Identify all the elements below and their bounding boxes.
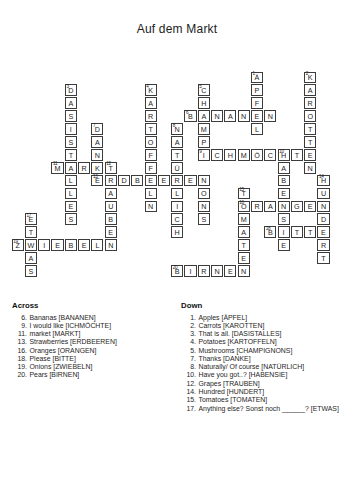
grid-cell-r6c12[interactable]: T (171, 149, 183, 161)
cell-letter: N (201, 203, 206, 210)
cell-letter: N (241, 268, 246, 275)
grid-cell-r3c17[interactable]: N (238, 110, 250, 122)
cell-letter: E (281, 190, 286, 197)
cell-letter: E (68, 203, 73, 210)
cell-letter: P (255, 87, 260, 94)
grid-cell-r13c3[interactable]: E (51, 239, 63, 251)
cell-letter: L (69, 177, 73, 184)
cell-letter: C (215, 152, 220, 159)
cell-letter: A (68, 165, 73, 172)
grid-cell-r3c10[interactable]: R (145, 110, 157, 122)
cell-letter: N (215, 268, 220, 275)
grid-cell-r5c12[interactable]: A (171, 136, 183, 148)
grid-cell-r5c22[interactable]: T (304, 136, 316, 148)
grid-cell-r13c2[interactable]: I (38, 239, 50, 251)
grid-cell-r7c12[interactable]: Ü (171, 162, 183, 174)
grid-cell-r1c4[interactable]: 3D (65, 84, 77, 96)
across-clues-section: Across 6.Bananas [BANANEN]9.I would like… (12, 301, 174, 380)
cell-letter: N (148, 203, 153, 210)
cell-letter: D (121, 177, 126, 184)
clue-list-text: Onions [ZWIEBELN] (30, 363, 93, 371)
cell-letter: K (95, 165, 100, 172)
grid-cell-r9c17[interactable]: 15T (238, 188, 250, 200)
down-clue-5: 5.Mushrooms [CHAMPIGNONS] (181, 347, 353, 355)
cell-letter: M (241, 216, 247, 223)
clue-list-number: 3. (181, 330, 196, 338)
grid-cell-r12c20[interactable]: I (278, 226, 290, 238)
cell-letter: L (69, 190, 73, 197)
grid-cell-r10c17[interactable]: 16O (238, 201, 250, 213)
down-clue-7: 7.Thanks [DANKE] (181, 355, 353, 363)
clue-list-text: Strawberries [ERDBEEREN] (30, 338, 117, 346)
clue-list-number: 4. (181, 338, 196, 346)
cell-letter: E (148, 177, 153, 184)
cell-letter: I (190, 268, 192, 275)
grid-cell-r8c13[interactable]: E (184, 175, 196, 187)
down-clue-4: 4.Potatoes [KARTOFFELN] (181, 338, 353, 346)
cell-letter: M (201, 126, 207, 133)
cell-letter: B (281, 177, 286, 184)
cell-letter: N (95, 152, 100, 159)
cell-letter: N (268, 113, 273, 120)
grid-cell-r12c1[interactable]: T (25, 226, 37, 238)
grid-cell-r1c22[interactable]: A (304, 84, 316, 96)
cell-letter: B (188, 113, 193, 120)
clue-number: 13 (93, 175, 98, 180)
grid-cell-r6c16[interactable]: H (224, 149, 236, 161)
grid-cell-r10c18[interactable]: R (251, 201, 263, 213)
grid-cell-r15c17[interactable]: N (238, 265, 250, 277)
clue-list-text: Tomatoes [TOMATEN] (199, 396, 268, 404)
grid-cell-r8c20[interactable]: B (278, 175, 290, 187)
grid-cell-r3c22[interactable]: O (304, 110, 316, 122)
grid-cell-r8c9[interactable]: B (131, 175, 143, 187)
cell-letter: H (228, 152, 233, 159)
grid-cell-r3c4[interactable]: S (65, 110, 77, 122)
cell-letter: E (55, 242, 60, 249)
across-clue-9: 9.I would like [ICHMÖCHTE] (12, 322, 174, 330)
cell-letter: Ö (254, 152, 260, 159)
grid-cell-r1c18[interactable]: P (251, 84, 263, 96)
cell-letter: N (175, 126, 180, 133)
cell-letter: R (321, 242, 326, 249)
across-clue-16: 16.Oranges [ORANGEN] (12, 347, 174, 355)
cell-letter: T (175, 152, 179, 159)
clue-number: 3 (66, 85, 68, 90)
cell-letter: D (68, 87, 73, 94)
clue-list-number: 18. (12, 355, 27, 363)
clue-list-number: 15. (181, 396, 196, 404)
grid-cell-r7c22[interactable]: N (304, 162, 316, 174)
cell-letter: E (162, 177, 167, 184)
down-clue-2: 2.Carrots [KAROTTEN] (181, 322, 353, 330)
grid-cell-r15c13[interactable]: I (184, 265, 196, 277)
clue-number: 1 (253, 72, 255, 77)
clue-number: 5 (199, 85, 201, 90)
down-clue-17: 17.Anything else? Sonst noch ______? [ET… (181, 405, 353, 413)
clue-number: 14 (319, 175, 324, 180)
clue-list-text: Carrots [KAROTTEN] (199, 322, 265, 330)
down-heading: Down (181, 301, 353, 310)
cell-letter: I (176, 203, 178, 210)
cell-letter: N (215, 113, 220, 120)
grid-cell-r4c6[interactable]: 7D (91, 123, 103, 135)
cell-letter: E (281, 242, 286, 249)
grid-cell-r6c14[interactable]: 9I (198, 149, 210, 161)
clue-list-text: I would like [ICHMÖCHTE] (30, 322, 112, 330)
grid-cell-r5c4[interactable]: S (65, 136, 77, 148)
cell-letter: O (307, 113, 313, 120)
cell-letter: D (321, 216, 326, 223)
clue-list-text: Thanks [DANKE] (199, 355, 251, 363)
cell-letter: A (29, 255, 34, 262)
grid-cell-r3c13[interactable]: 6B (184, 110, 196, 122)
grid-cell-r0c22[interactable]: 2K (304, 72, 316, 84)
grid-cell-r6c6[interactable]: N (91, 149, 103, 161)
grid-cell-r10c10[interactable]: N (145, 201, 157, 213)
cell-letter: C (175, 216, 180, 223)
clue-list-number: 16. (12, 347, 27, 355)
cell-letter: D (95, 126, 100, 133)
grid-cell-r8c6[interactable]: 13E (91, 175, 103, 187)
clue-list-text: Potatoes [KARTOFFELN] (199, 338, 277, 346)
grid-cell-r0c18[interactable]: 1Ä (251, 72, 263, 84)
grid-cell-r15c12[interactable]: 20B (171, 265, 183, 277)
cell-letter: G (294, 203, 300, 210)
cell-letter: A (175, 139, 180, 146)
cell-letter: T (295, 229, 299, 236)
grid-cell-r5c6[interactable]: A (91, 136, 103, 148)
grid-cell-r3c18[interactable]: E (251, 110, 263, 122)
clue-number: 2 (306, 72, 308, 77)
cell-letter: M (241, 152, 247, 159)
grid-cell-r9c4[interactable]: L (65, 188, 77, 200)
grid-cell-r15c14[interactable]: R (198, 265, 210, 277)
clue-list-number: 8. (181, 363, 196, 371)
grid-cell-r12c12[interactable]: H (171, 226, 183, 238)
grid-cell-r13c6[interactable]: L (91, 239, 103, 251)
cell-letter: B (108, 216, 113, 223)
puzzle-title: Auf dem Markt (0, 22, 354, 36)
cell-letter: R (175, 177, 180, 184)
grid-cell-r2c22[interactable]: R (304, 97, 316, 109)
cell-letter: K (308, 74, 313, 81)
grid-cell-r14c17[interactable]: E (238, 252, 250, 264)
cell-letter: W (28, 242, 35, 249)
cell-letter: N (241, 113, 246, 120)
clue-number: 15 (239, 188, 244, 193)
grid-cell-r8c12[interactable]: R (171, 175, 183, 187)
grid-cell-r4c4[interactable]: I (65, 123, 77, 135)
down-clue-10: 10.Have you got..? [HABENSIE] (181, 371, 353, 379)
grid-cell-r4c10[interactable]: T (145, 123, 157, 135)
grid-cell-r11c23[interactable]: D (317, 213, 329, 225)
grid-cell-r6c19[interactable]: C (264, 149, 276, 161)
cell-letter: A (148, 100, 153, 107)
grid-cell-r11c12[interactable]: C (171, 213, 183, 225)
across-clue-11: 11.market [MARKT] (12, 330, 174, 338)
cell-letter: R (254, 203, 259, 210)
grid-cell-r9c14[interactable]: O (198, 188, 210, 200)
cell-letter: A (268, 203, 273, 210)
cell-letter: E (241, 255, 246, 262)
grid-cell-r3c19[interactable]: N (264, 110, 276, 122)
grid-cell-r12c17[interactable]: A (238, 226, 250, 238)
cell-letter: A (241, 229, 246, 236)
clue-list-text: Oranges [ORANGEN] (30, 347, 97, 355)
cell-letter: I (283, 229, 285, 236)
grid-cell-r7c20[interactable]: A (278, 162, 290, 174)
cell-letter: T (29, 229, 33, 236)
grid-cell-r10c7[interactable]: U (105, 201, 117, 213)
grid-cell-r4c18[interactable]: L (251, 123, 263, 135)
cell-letter: E (308, 152, 313, 159)
clue-list-text: market [MARKT] (30, 330, 81, 338)
clue-list-text: Pears [BIRNEN] (30, 371, 80, 379)
grid-cell-r1c14[interactable]: 5C (198, 84, 210, 96)
grid-cell-r6c17[interactable]: M (238, 149, 250, 161)
cell-letter: R (108, 177, 113, 184)
grid-cell-r10c22[interactable]: E (304, 201, 316, 213)
grid-cell-r13c20[interactable]: E (278, 239, 290, 251)
clue-list-text: Have you got..? [HABENSIE] (199, 371, 288, 379)
grid-cell-r7c10[interactable]: F (145, 162, 157, 174)
clue-list-number: 5. (181, 347, 196, 355)
cell-letter: S (68, 113, 73, 120)
cell-letter: T (308, 139, 312, 146)
grid-cell-r2c4[interactable]: A (65, 97, 77, 109)
grid-cell-r12c21[interactable]: T (291, 226, 303, 238)
grid-cell-r6c20[interactable]: 10H (278, 149, 290, 161)
grid-cell-r14c1[interactable]: A (25, 252, 37, 264)
grid-cell-r8c11[interactable]: E (158, 175, 170, 187)
grid-cell-r8c14[interactable]: N (198, 175, 210, 187)
cell-letter: F (148, 165, 152, 172)
cell-letter: S (68, 216, 73, 223)
across-heading: Across (12, 301, 174, 310)
cell-letter: E (308, 203, 313, 210)
clue-list-number: 2. (181, 322, 196, 330)
grid-cell-r13c1[interactable]: W (25, 239, 37, 251)
grid-cell-r9c23[interactable]: U (317, 188, 329, 200)
cell-letter: I (43, 242, 45, 249)
clue-list-number: 14. (181, 388, 196, 396)
grid-cell-r12c7[interactable]: E (105, 226, 117, 238)
cell-letter: H (201, 100, 206, 107)
cell-letter: A (68, 100, 73, 107)
clue-list-text: Naturally/ Of course [NATÜRLICH] (199, 363, 305, 371)
clue-list-number: 12. (181, 380, 196, 388)
grid-cell-r10c14[interactable]: N (198, 201, 210, 213)
clue-list-number: 10. (181, 371, 196, 379)
grid-cell-r3c14[interactable]: A (198, 110, 210, 122)
grid-cell-r6c15[interactable]: C (211, 149, 223, 161)
grid-cell-r7c7[interactable]: 12T (105, 162, 117, 174)
cell-letter: R (148, 113, 153, 120)
down-clue-14: 14.Hundred [HUNDERT] (181, 388, 353, 396)
clue-number: 6 (186, 111, 188, 116)
across-clue-19: 19.Onions [ZWIEBELN] (12, 363, 174, 371)
clue-list-number: 9. (12, 322, 27, 330)
grid-cell-r13c0[interactable]: 19Z (12, 239, 24, 251)
grid-cell-r6c4[interactable]: T (65, 149, 77, 161)
cell-letter: F (255, 100, 259, 107)
cell-letter: S (68, 139, 73, 146)
clue-number: 8 (173, 124, 175, 129)
grid-cell-r13c23[interactable]: R (317, 239, 329, 251)
clue-number: 16 (239, 201, 244, 206)
cell-letter: S (29, 268, 34, 275)
clue-list-text: Hundred [HUNDERT] (199, 388, 265, 396)
grid-cell-r4c14[interactable]: M (198, 123, 210, 135)
grid-cell-r13c5[interactable]: E (78, 239, 90, 251)
grid-cell-r2c14[interactable]: H (198, 97, 210, 109)
grid-cell-r8c23[interactable]: 14H (317, 175, 329, 187)
cell-letter: C (268, 152, 273, 159)
cell-letter: B (135, 177, 140, 184)
grid-cell-r7c4[interactable]: A (65, 162, 77, 174)
cell-letter: B (68, 242, 73, 249)
grid-cell-r15c15[interactable]: N (211, 265, 223, 277)
cell-letter: A (95, 139, 100, 146)
cell-letter: R (201, 268, 206, 275)
clue-list-number: 7. (181, 355, 196, 363)
clue-list-number: 6. (12, 314, 27, 322)
cell-letter: I (203, 152, 205, 159)
grid-cell-r11c7[interactable]: B (105, 213, 117, 225)
grid-cell-r9c10[interactable]: L (145, 188, 157, 200)
down-clue-12: 12.Grapes [TRAUBEN] (181, 380, 353, 388)
grid-cell-r10c19[interactable]: A (264, 201, 276, 213)
cell-letter: L (95, 242, 99, 249)
grid-cell-r15c1[interactable]: S (25, 265, 37, 277)
grid-cell-r12c19[interactable]: 18B (264, 226, 276, 238)
cell-letter: N (108, 242, 113, 249)
grid-cell-r4c22[interactable]: T (304, 123, 316, 135)
down-clue-8: 8.Naturally/ Of course [NATÜRLICH] (181, 363, 353, 371)
grid-cell-r11c20[interactable]: S (278, 213, 290, 225)
clue-number: 10 (279, 150, 284, 155)
cell-letter: T (69, 152, 73, 159)
clue-list-text: That is all. [DASISTALLES] (199, 330, 282, 338)
grid-cell-r10c20[interactable]: N (278, 201, 290, 213)
cell-letter: R (82, 165, 87, 172)
across-clue-13: 13.Strawberries [ERDBEEREN] (12, 338, 174, 346)
grid-cell-r11c14[interactable]: S (198, 213, 210, 225)
worksheet-page: Auf dem Markt 1Ä2K3D4K5CPAAAHFRSR6BANANE… (0, 0, 354, 500)
down-clue-3: 3.That is all. [DASISTALLES] (181, 330, 353, 338)
crossword-grid: 1Ä2K3D4K5CPAAAHFRSR6BANANENOI7DT8NMLTSAO… (11, 71, 330, 277)
grid-cell-r6c21[interactable]: T (291, 149, 303, 161)
grid-cell-r6c10[interactable]: F (145, 149, 157, 161)
cell-letter: A (108, 190, 113, 197)
cell-letter: T (308, 229, 312, 236)
across-clue-list: 6.Bananas [BANANEN]9.I would like [ICHMÖ… (12, 314, 174, 380)
grid-cell-r10c4[interactable]: E (65, 201, 77, 213)
clue-number: 9 (199, 150, 201, 155)
grid-cell-r11c1[interactable]: 17E (25, 213, 37, 225)
cell-letter: A (228, 113, 233, 120)
clue-number: 17 (26, 214, 31, 219)
grid-cell-r8c10[interactable]: E (145, 175, 157, 187)
grid-cell-r8c4[interactable]: L (65, 175, 77, 187)
grid-cell-r12c23[interactable]: E (317, 226, 329, 238)
grid-cell-r9c12[interactable]: L (171, 188, 183, 200)
grid-cell-r2c18[interactable]: F (251, 97, 263, 109)
clue-number: 12 (106, 162, 111, 167)
cell-letter: L (175, 190, 179, 197)
cell-letter: E (228, 268, 233, 275)
cell-letter: E (255, 113, 260, 120)
grid-cell-r13c7[interactable]: N (105, 239, 117, 251)
grid-cell-r3c16[interactable]: A (224, 110, 236, 122)
cell-letter: F (148, 152, 152, 159)
cell-letter: A (201, 113, 206, 120)
grid-cell-r4c12[interactable]: 8N (171, 123, 183, 135)
grid-cell-r7c3[interactable]: 11M (51, 162, 63, 174)
clue-list-text: Grapes [TRAUBEN] (199, 380, 260, 388)
grid-cell-r2c10[interactable]: A (145, 97, 157, 109)
grid-cell-r7c5[interactable]: R (78, 162, 90, 174)
grid-cell-r5c14[interactable]: P (198, 136, 210, 148)
grid-cell-r15c16[interactable]: E (224, 265, 236, 277)
grid-cell-r9c20[interactable]: E (278, 188, 290, 200)
grid-cell-r6c18[interactable]: Ö (251, 149, 263, 161)
cell-letter: U (108, 203, 113, 210)
clue-list-text: Please [BITTE] (30, 355, 76, 363)
grid-cell-r5c10[interactable]: O (145, 136, 157, 148)
grid-cell-r7c6[interactable]: K (91, 162, 103, 174)
clue-number: 18 (266, 227, 271, 232)
grid-cell-r8c7[interactable]: R (105, 175, 117, 187)
clue-list-number: 17. (181, 405, 196, 413)
clue-list-text: Anything else? Sonst noch ______? [ETWAS… (199, 405, 339, 413)
grid-cell-r13c17[interactable]: T (238, 239, 250, 251)
grid-cell-r10c21[interactable]: G (291, 201, 303, 213)
grid-cell-r8c8[interactable]: D (118, 175, 130, 187)
cell-letter: S (201, 216, 206, 223)
grid-cell-r9c7[interactable]: A (105, 188, 117, 200)
cell-letter: O (148, 139, 154, 146)
across-clue-18: 18.Please [BITTE] (12, 355, 174, 363)
clue-list-number: 13. (12, 338, 27, 346)
cell-letter: A (308, 87, 313, 94)
grid-cell-r1c10[interactable]: 4K (145, 84, 157, 96)
clue-number: 19 (13, 240, 18, 245)
down-clues-section: Down 1.Apples [ÄPFEL]2.Carrots [KAROTTEN… (181, 301, 353, 413)
grid-cell-r10c12[interactable]: I (171, 201, 183, 213)
cell-letter: H (175, 229, 180, 236)
grid-cell-r6c22[interactable]: E (304, 149, 316, 161)
grid-cell-r14c23[interactable]: T (317, 252, 329, 264)
grid-cell-r12c22[interactable]: T (304, 226, 316, 238)
across-clue-6: 6.Bananas [BANANEN] (12, 314, 174, 322)
cell-letter: E (321, 229, 326, 236)
clue-number: 20 (173, 266, 178, 271)
grid-cell-r10c23[interactable]: N (317, 201, 329, 213)
cell-letter: I (70, 126, 72, 133)
cell-letter: N (201, 177, 206, 184)
cell-letter: N (308, 165, 313, 172)
grid-cell-r3c15[interactable]: N (211, 110, 223, 122)
grid-cell-r11c4[interactable]: S (65, 213, 77, 225)
grid-cell-r13c4[interactable]: B (65, 239, 77, 251)
cell-letter: Ä (255, 74, 260, 81)
grid-cell-r11c17[interactable]: M (238, 213, 250, 225)
cell-letter: T (295, 152, 299, 159)
cell-letter: P (201, 139, 206, 146)
cell-letter: S (281, 216, 286, 223)
